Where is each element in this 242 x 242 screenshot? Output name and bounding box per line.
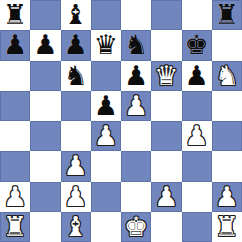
square-f1[interactable] [151,212,181,242]
white-rook-piece[interactable]: ♜ [215,212,239,242]
black-pawn-piece[interactable]: ♟ [94,91,118,121]
black-king-piece[interactable]: ♚ [185,30,209,60]
square-d5[interactable]: ♟ [91,91,121,121]
square-h7[interactable] [212,30,242,60]
square-a1[interactable]: ♜ [0,212,30,242]
square-g8[interactable] [182,0,212,30]
square-c4[interactable] [61,121,91,151]
chess-board-container: ♜♝♜♟♟♟♛♞♚♞♟♛♟♞♟♟♟♟♟♟♟♟♟♜♝♚♜ [0,0,242,242]
square-c7[interactable]: ♟ [61,30,91,60]
square-b7[interactable]: ♟ [30,30,60,60]
square-d4[interactable]: ♟ [91,121,121,151]
square-g2[interactable] [182,182,212,212]
square-e5[interactable]: ♟ [121,91,151,121]
black-rook-piece[interactable]: ♜ [215,0,239,30]
square-f2[interactable]: ♟ [151,182,181,212]
square-b6[interactable] [30,61,60,91]
white-queen-piece[interactable]: ♛ [154,61,178,91]
square-a8[interactable]: ♜ [0,0,30,30]
black-pawn-piece[interactable]: ♟ [124,61,148,91]
square-c1[interactable]: ♝ [61,212,91,242]
square-c6[interactable]: ♞ [61,61,91,91]
square-e2[interactable] [121,182,151,212]
square-a6[interactable] [0,61,30,91]
square-d2[interactable] [91,182,121,212]
white-king-piece[interactable]: ♚ [124,212,148,242]
square-a4[interactable] [0,121,30,151]
square-d7[interactable]: ♛ [91,30,121,60]
square-b1[interactable] [30,212,60,242]
square-e1[interactable]: ♚ [121,212,151,242]
black-pawn-piece[interactable]: ♟ [64,30,88,60]
square-h3[interactable] [212,151,242,181]
square-a5[interactable] [0,91,30,121]
white-pawn-piece[interactable]: ♟ [124,91,148,121]
square-e6[interactable]: ♟ [121,61,151,91]
square-d1[interactable] [91,212,121,242]
square-d6[interactable] [91,61,121,91]
white-pawn-piece[interactable]: ♟ [94,121,118,151]
square-h6[interactable]: ♞ [212,61,242,91]
square-h8[interactable]: ♜ [212,0,242,30]
square-b3[interactable] [30,151,60,181]
white-rook-piece[interactable]: ♜ [3,212,27,242]
square-f4[interactable] [151,121,181,151]
square-f7[interactable] [151,30,181,60]
white-pawn-piece[interactable]: ♟ [3,182,27,212]
square-b5[interactable] [30,91,60,121]
square-f3[interactable] [151,151,181,181]
square-g4[interactable]: ♟ [182,121,212,151]
black-knight-piece[interactable]: ♞ [124,30,148,60]
square-e4[interactable] [121,121,151,151]
square-c3[interactable]: ♟ [61,151,91,181]
white-pawn-piece[interactable]: ♟ [64,151,88,181]
square-c2[interactable]: ♟ [61,182,91,212]
square-c5[interactable] [61,91,91,121]
square-a2[interactable]: ♟ [0,182,30,212]
black-pawn-piece[interactable]: ♟ [3,30,27,60]
square-f5[interactable] [151,91,181,121]
white-pawn-piece[interactable]: ♟ [185,121,209,151]
square-g1[interactable] [182,212,212,242]
square-b2[interactable] [30,182,60,212]
black-queen-piece[interactable]: ♛ [94,30,118,60]
square-e3[interactable] [121,151,151,181]
black-pawn-piece[interactable]: ♟ [185,61,209,91]
square-h1[interactable]: ♜ [212,212,242,242]
square-d3[interactable] [91,151,121,181]
chess-board: ♜♝♜♟♟♟♛♞♚♞♟♛♟♞♟♟♟♟♟♟♟♟♟♜♝♚♜ [0,0,242,242]
square-e8[interactable] [121,0,151,30]
white-bishop-piece[interactable]: ♝ [64,212,88,242]
square-b8[interactable] [30,0,60,30]
black-knight-piece[interactable]: ♞ [64,61,88,91]
white-pawn-piece[interactable]: ♟ [64,182,88,212]
black-rook-piece[interactable]: ♜ [3,0,27,30]
square-g6[interactable]: ♟ [182,61,212,91]
square-a3[interactable] [0,151,30,181]
square-h5[interactable] [212,91,242,121]
white-pawn-piece[interactable]: ♟ [215,182,239,212]
square-b4[interactable] [30,121,60,151]
square-e7[interactable]: ♞ [121,30,151,60]
square-g3[interactable] [182,151,212,181]
square-a7[interactable]: ♟ [0,30,30,60]
square-d8[interactable] [91,0,121,30]
black-pawn-piece[interactable]: ♟ [33,30,57,60]
white-knight-piece[interactable]: ♞ [215,61,239,91]
square-h2[interactable]: ♟ [212,182,242,212]
square-g5[interactable] [182,91,212,121]
square-f6[interactable]: ♛ [151,61,181,91]
square-f8[interactable] [151,0,181,30]
black-bishop-piece[interactable]: ♝ [64,0,88,30]
square-g7[interactable]: ♚ [182,30,212,60]
square-h4[interactable] [212,121,242,151]
white-pawn-piece[interactable]: ♟ [154,182,178,212]
square-c8[interactable]: ♝ [61,0,91,30]
